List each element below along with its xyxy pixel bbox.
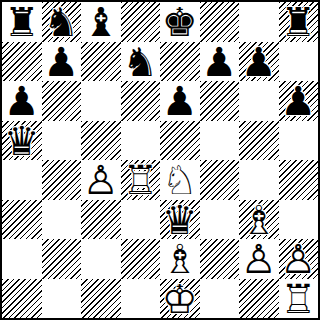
square-c8[interactable]: ♝ (81, 2, 121, 42)
square-c2[interactable] (81, 239, 121, 279)
piece-glyph: ♟ (4, 81, 40, 121)
square-h2[interactable]: ♟♙ (279, 239, 319, 279)
piece-white-knight: ♞♘ (160, 160, 200, 200)
square-e7[interactable] (160, 42, 200, 82)
square-g7[interactable]: ♟ (239, 42, 279, 82)
piece-black-knight: ♞ (42, 2, 82, 42)
square-a8[interactable]: ♜ (2, 2, 42, 42)
piece-glyph: ♔ (162, 279, 198, 319)
square-b6[interactable] (42, 81, 82, 121)
square-g8[interactable] (239, 2, 279, 42)
square-d2[interactable] (121, 239, 161, 279)
square-f2[interactable] (200, 239, 240, 279)
square-a2[interactable] (2, 239, 42, 279)
square-c4[interactable]: ♟♙ (81, 160, 121, 200)
square-c6[interactable] (81, 81, 121, 121)
piece-black-queen: ♛ (2, 121, 42, 161)
piece-black-pawn: ♟ (2, 81, 42, 121)
piece-black-pawn: ♟ (200, 42, 240, 82)
piece-white-bishop: ♝♗ (239, 200, 279, 240)
piece-white-bishop: ♝♗ (160, 239, 200, 279)
square-d4[interactable]: ♜♖ (121, 160, 161, 200)
piece-black-rook: ♜ (279, 2, 319, 42)
square-g1[interactable] (239, 279, 279, 319)
piece-glyph: ♙ (83, 160, 119, 200)
piece-glyph: ♖ (280, 279, 316, 319)
piece-black-pawn: ♟ (160, 81, 200, 121)
square-d1[interactable] (121, 279, 161, 319)
square-c3[interactable] (81, 200, 121, 240)
square-h6[interactable]: ♟ (279, 81, 319, 121)
square-b8[interactable]: ♞ (42, 2, 82, 42)
square-b1[interactable] (42, 279, 82, 319)
square-e4[interactable]: ♞♘ (160, 160, 200, 200)
piece-white-rook: ♜♖ (279, 279, 319, 319)
piece-glyph: ♝ (83, 2, 119, 42)
square-g4[interactable] (239, 160, 279, 200)
piece-glyph: ♛ (4, 121, 40, 161)
square-d6[interactable] (121, 81, 161, 121)
chess-board: ♜♞♝♚♜♟♞♟♟♟♟♟♛♟♙♜♖♞♘♛♝♗♝♗♟♙♟♙♚♔♜♖ (0, 0, 320, 320)
piece-black-queen: ♛ (160, 200, 200, 240)
piece-black-rook: ♜ (2, 2, 42, 42)
square-b3[interactable] (42, 200, 82, 240)
piece-glyph: ♜ (4, 2, 40, 42)
square-d7[interactable]: ♞ (121, 42, 161, 82)
square-b7[interactable]: ♟ (42, 42, 82, 82)
square-d3[interactable] (121, 200, 161, 240)
piece-glyph: ♗ (162, 239, 198, 279)
square-f3[interactable] (200, 200, 240, 240)
piece-white-pawn: ♟♙ (81, 160, 121, 200)
square-b4[interactable] (42, 160, 82, 200)
piece-black-pawn: ♟ (239, 42, 279, 82)
square-e8[interactable]: ♚ (160, 2, 200, 42)
piece-glyph: ♘ (162, 160, 198, 200)
piece-glyph: ♜ (280, 2, 316, 42)
piece-black-knight: ♞ (121, 42, 161, 82)
square-a6[interactable]: ♟ (2, 81, 42, 121)
square-g6[interactable] (239, 81, 279, 121)
square-f8[interactable] (200, 2, 240, 42)
piece-glyph: ♚ (162, 2, 198, 42)
square-a4[interactable] (2, 160, 42, 200)
piece-white-king: ♚♔ (160, 279, 200, 319)
piece-glyph: ♞ (122, 42, 158, 82)
square-f7[interactable]: ♟ (200, 42, 240, 82)
square-g2[interactable]: ♟♙ (239, 239, 279, 279)
piece-black-bishop: ♝ (81, 2, 121, 42)
piece-glyph: ♞ (43, 2, 79, 42)
piece-white-pawn: ♟♙ (279, 239, 319, 279)
piece-white-rook: ♜♖ (121, 160, 161, 200)
square-f4[interactable] (200, 160, 240, 200)
piece-glyph: ♟ (201, 42, 237, 82)
square-a5[interactable]: ♛ (2, 121, 42, 161)
square-c1[interactable] (81, 279, 121, 319)
square-h5[interactable] (279, 121, 319, 161)
piece-glyph: ♟ (241, 42, 277, 82)
square-e3[interactable]: ♛ (160, 200, 200, 240)
square-f6[interactable] (200, 81, 240, 121)
square-a3[interactable] (2, 200, 42, 240)
square-g5[interactable] (239, 121, 279, 161)
square-b5[interactable] (42, 121, 82, 161)
square-g3[interactable]: ♝♗ (239, 200, 279, 240)
square-a7[interactable] (2, 42, 42, 82)
square-e6[interactable]: ♟ (160, 81, 200, 121)
piece-glyph: ♗ (241, 200, 277, 240)
square-h1[interactable]: ♜♖ (279, 279, 319, 319)
square-a1[interactable] (2, 279, 42, 319)
piece-black-pawn: ♟ (42, 42, 82, 82)
square-h3[interactable] (279, 200, 319, 240)
square-c5[interactable] (81, 121, 121, 161)
piece-glyph: ♛ (162, 200, 198, 240)
square-d5[interactable] (121, 121, 161, 161)
square-h8[interactable]: ♜ (279, 2, 319, 42)
square-h7[interactable] (279, 42, 319, 82)
square-b2[interactable] (42, 239, 82, 279)
square-h4[interactable] (279, 160, 319, 200)
square-c7[interactable] (81, 42, 121, 82)
piece-glyph: ♟ (280, 81, 316, 121)
piece-glyph: ♟ (162, 81, 198, 121)
square-e5[interactable] (160, 121, 200, 161)
piece-glyph: ♟ (43, 42, 79, 82)
piece-black-pawn: ♟ (279, 81, 319, 121)
square-f5[interactable] (200, 121, 240, 161)
piece-glyph: ♙ (241, 239, 277, 279)
square-d8[interactable] (121, 2, 161, 42)
square-e2[interactable]: ♝♗ (160, 239, 200, 279)
square-f1[interactable] (200, 279, 240, 319)
square-e1[interactable]: ♚♔ (160, 279, 200, 319)
piece-glyph: ♖ (122, 160, 158, 200)
piece-black-king: ♚ (160, 2, 200, 42)
piece-glyph: ♙ (280, 239, 316, 279)
piece-white-pawn: ♟♙ (239, 239, 279, 279)
